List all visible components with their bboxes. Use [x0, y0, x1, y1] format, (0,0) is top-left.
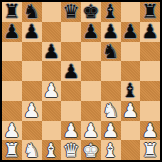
- square-a4[interactable]: [2, 81, 22, 101]
- white-pawn-piece: ♟: [102, 121, 119, 140]
- square-f4[interactable]: [101, 81, 121, 101]
- square-b8[interactable]: ♞: [22, 2, 42, 22]
- square-g7[interactable]: ♟: [121, 22, 141, 42]
- square-e3[interactable]: [81, 101, 101, 121]
- black-pawn-piece: ♟: [3, 22, 20, 41]
- square-c7[interactable]: [42, 22, 62, 42]
- square-e7[interactable]: ♟: [81, 22, 101, 42]
- white-bishop-piece: ♝: [102, 140, 119, 159]
- square-c4[interactable]: ♟: [42, 81, 62, 101]
- square-d7[interactable]: [61, 22, 81, 42]
- square-c5[interactable]: [42, 61, 62, 81]
- square-e5[interactable]: [81, 61, 101, 81]
- black-pawn-piece: ♟: [23, 22, 40, 41]
- square-b1[interactable]: ♞: [22, 140, 42, 160]
- square-e6[interactable]: [81, 42, 101, 62]
- square-f1[interactable]: ♝: [101, 140, 121, 160]
- square-a5[interactable]: [2, 61, 22, 81]
- square-h3[interactable]: [140, 101, 160, 121]
- white-rook-piece: ♜: [3, 140, 20, 159]
- square-d5[interactable]: ♟: [61, 61, 81, 81]
- white-king-piece: ♚: [82, 140, 99, 159]
- black-rook-piece: ♜: [142, 2, 159, 21]
- square-f5[interactable]: [101, 61, 121, 81]
- black-pawn-piece: ♟: [142, 22, 159, 41]
- square-h8[interactable]: ♜: [140, 2, 160, 22]
- square-d2[interactable]: ♟: [61, 121, 81, 141]
- white-pawn-piece: ♟: [43, 81, 60, 100]
- white-bishop-piece: ♝: [43, 140, 60, 159]
- white-pawn-piece: ♟: [23, 101, 40, 120]
- black-bishop-piece: ♝: [102, 2, 119, 21]
- square-e8[interactable]: ♚: [81, 2, 101, 22]
- square-a2[interactable]: ♟: [2, 121, 22, 141]
- square-d1[interactable]: ♛: [61, 140, 81, 160]
- square-a6[interactable]: [2, 42, 22, 62]
- square-h6[interactable]: [140, 42, 160, 62]
- square-d6[interactable]: [61, 42, 81, 62]
- square-d8[interactable]: ♛: [61, 2, 81, 22]
- square-h4[interactable]: [140, 81, 160, 101]
- square-d4[interactable]: [61, 81, 81, 101]
- square-h2[interactable]: ♟: [140, 121, 160, 141]
- square-b4[interactable]: [22, 81, 42, 101]
- square-c3[interactable]: [42, 101, 62, 121]
- square-b5[interactable]: [22, 61, 42, 81]
- square-g5[interactable]: [121, 61, 141, 81]
- square-a1[interactable]: ♜: [2, 140, 22, 160]
- square-d3[interactable]: [61, 101, 81, 121]
- square-f6[interactable]: ♞: [101, 42, 121, 62]
- white-pawn-piece: ♟: [3, 121, 20, 140]
- square-h7[interactable]: ♟: [140, 22, 160, 42]
- square-h5[interactable]: [140, 61, 160, 81]
- black-pawn-piece: ♟: [63, 61, 80, 80]
- white-knight-piece: ♞: [23, 140, 40, 159]
- white-rook-piece: ♜: [142, 140, 159, 159]
- white-pawn-piece: ♟: [63, 121, 80, 140]
- square-f3[interactable]: ♞: [101, 101, 121, 121]
- square-c2[interactable]: [42, 121, 62, 141]
- white-pawn-piece: ♟: [142, 121, 159, 140]
- square-g1[interactable]: [121, 140, 141, 160]
- square-c8[interactable]: [42, 2, 62, 22]
- square-b7[interactable]: ♟: [22, 22, 42, 42]
- black-bishop-piece: ♝: [122, 81, 139, 100]
- white-queen-piece: ♛: [63, 140, 80, 159]
- chess-board: ♜♞♛♚♝♜♟♟♟♟♟♟♟♞♟♟♝♟♞♟♟♟♟♟♟♜♞♝♛♚♝♜: [0, 0, 162, 162]
- square-c6[interactable]: ♟: [42, 42, 62, 62]
- square-b3[interactable]: ♟: [22, 101, 42, 121]
- square-f8[interactable]: ♝: [101, 2, 121, 22]
- square-b6[interactable]: [22, 42, 42, 62]
- square-g4[interactable]: ♝: [121, 81, 141, 101]
- square-e4[interactable]: [81, 81, 101, 101]
- square-e2[interactable]: ♟: [81, 121, 101, 141]
- square-a8[interactable]: ♜: [2, 2, 22, 22]
- black-pawn-piece: ♟: [82, 22, 99, 41]
- square-e1[interactable]: ♚: [81, 140, 101, 160]
- square-g2[interactable]: [121, 121, 141, 141]
- black-knight-piece: ♞: [23, 2, 40, 21]
- square-b2[interactable]: [22, 121, 42, 141]
- square-c1[interactable]: ♝: [42, 140, 62, 160]
- square-a7[interactable]: ♟: [2, 22, 22, 42]
- black-pawn-piece: ♟: [43, 42, 60, 61]
- black-pawn-piece: ♟: [102, 22, 119, 41]
- square-a3[interactable]: [2, 101, 22, 121]
- square-h1[interactable]: ♜: [140, 140, 160, 160]
- white-pawn-piece: ♟: [122, 101, 139, 120]
- square-g8[interactable]: [121, 2, 141, 22]
- square-g6[interactable]: [121, 42, 141, 62]
- black-knight-piece: ♞: [102, 42, 119, 61]
- white-knight-piece: ♞: [102, 101, 119, 120]
- black-king-piece: ♚: [82, 2, 99, 21]
- square-f2[interactable]: ♟: [101, 121, 121, 141]
- square-g3[interactable]: ♟: [121, 101, 141, 121]
- black-pawn-piece: ♟: [122, 22, 139, 41]
- white-pawn-piece: ♟: [82, 121, 99, 140]
- square-f7[interactable]: ♟: [101, 22, 121, 42]
- black-rook-piece: ♜: [3, 2, 20, 21]
- black-queen-piece: ♛: [63, 2, 80, 21]
